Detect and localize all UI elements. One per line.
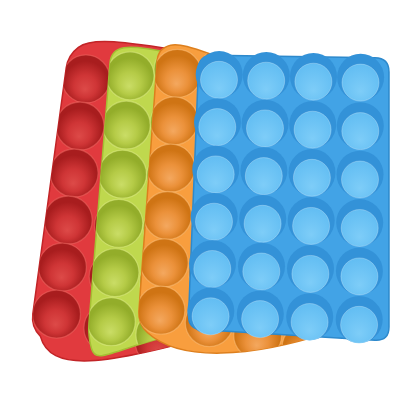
blue-mold-cup-face-r1c3 <box>295 63 332 100</box>
muffin-mold-stack <box>0 0 416 416</box>
orange-mold-cup-r5c1 <box>140 239 188 287</box>
green-mold-cup-r2c1 <box>102 101 150 149</box>
blue-mold-cup-face-r5c2 <box>243 253 280 290</box>
orange-mold-cup-r3c1 <box>147 144 195 192</box>
red-mold-cup-r3c1 <box>50 149 98 197</box>
blue-mold-cup-face-r1c1 <box>201 61 238 98</box>
blue-mold-cup-face-r4c4 <box>341 210 378 247</box>
blue-mold-cup-face-r6c3 <box>291 304 328 341</box>
blue-mold-cup-face-r4c1 <box>196 203 233 240</box>
blue-mold-cup-face-r2c4 <box>342 113 379 150</box>
blue-mold-cup-face-r3c1 <box>197 156 234 193</box>
blue-mold-cup-face-r4c3 <box>293 207 330 244</box>
blue-mold-cup-face-r2c3 <box>294 111 331 148</box>
orange-mold-cup-r6c1 <box>137 286 185 334</box>
red-mold-cup-r6c1 <box>33 290 81 338</box>
green-mold-cup-r1c1 <box>106 52 154 100</box>
red-mold-cup-r4c1 <box>44 196 92 244</box>
blue-mold-cup-face-r3c4 <box>342 161 379 198</box>
orange-mold-cup-r4c1 <box>144 192 192 240</box>
green-mold-cup-r4c1 <box>95 199 143 247</box>
green-mold-cup-r6c1 <box>87 298 135 346</box>
red-mold-cup-r1c1 <box>62 55 110 103</box>
blue-mold-cup-face-r1c4 <box>342 64 379 101</box>
blue-mold-cup-face-r2c1 <box>199 109 236 146</box>
blue-mold-cup-face-r2c2 <box>247 110 284 147</box>
blue-mold-cup-face-r6c1 <box>192 298 229 335</box>
green-mold-cup-r5c1 <box>91 249 139 297</box>
red-mold-cup-r5c1 <box>38 243 86 291</box>
green-mold-cup-r3c1 <box>99 150 147 198</box>
blue-mold-cup-face-r4c2 <box>244 205 281 242</box>
scene-svg <box>0 0 416 416</box>
blue-mold-cup-face-r5c3 <box>292 255 329 292</box>
blue-mold-cup-face-r3c3 <box>293 159 330 196</box>
blue-mold-cup-face-r6c2 <box>242 301 279 338</box>
product-photo <box>0 0 416 416</box>
blue-mold-cup-face-r3c2 <box>245 158 282 195</box>
blue-mold-cup-face-r1c2 <box>248 62 285 99</box>
red-mold-cup-r2c1 <box>56 102 104 150</box>
orange-mold-cup-r2c1 <box>150 97 198 145</box>
blue-mold-cup-face-r6c4 <box>341 306 378 343</box>
blue-mold-cup-face-r5c4 <box>341 258 378 295</box>
orange-mold-cup-r1c1 <box>153 49 201 97</box>
blue-mold <box>187 51 389 343</box>
blue-mold-cup-face-r5c1 <box>194 251 231 288</box>
